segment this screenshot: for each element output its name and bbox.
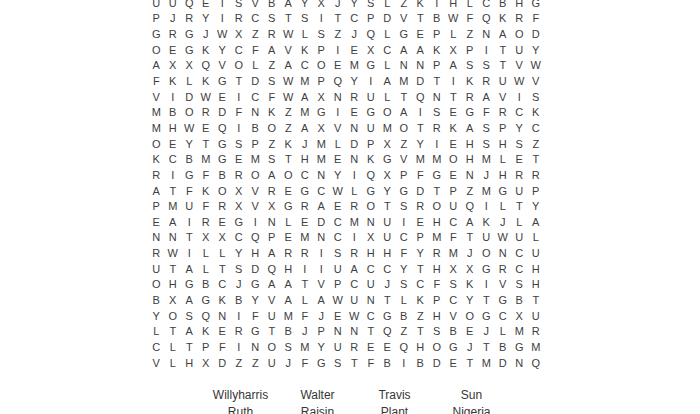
grid-cell[interactable]: S [297,11,314,27]
grid-cell[interactable]: X [313,0,330,11]
grid-cell[interactable]: G [181,26,198,42]
grid-cell[interactable]: A [280,58,297,74]
grid-cell[interactable]: O [462,308,479,324]
grid-cell[interactable]: R [231,323,248,339]
grid-cell[interactable]: Y [412,245,429,261]
grid-cell[interactable]: S [330,245,347,261]
grid-cell[interactable]: S [231,261,248,277]
grid-cell[interactable]: M [280,308,297,324]
grid-cell[interactable]: J [346,26,363,42]
grid-cell[interactable]: D [346,136,363,152]
grid-cell[interactable]: E [330,58,347,74]
grid-cell[interactable]: Q [181,0,198,11]
grid-cell[interactable]: Q [462,198,479,214]
grid-cell[interactable]: N [313,230,330,246]
grid-cell[interactable]: A [297,120,314,136]
grid-cell[interactable]: G [495,183,512,199]
grid-cell[interactable]: R [165,26,182,42]
grid-cell[interactable]: I [231,120,248,136]
grid-cell[interactable]: A [181,261,198,277]
grid-cell[interactable]: T [528,292,545,308]
grid-cell[interactable]: C [379,261,396,277]
grid-cell[interactable]: U [511,42,528,58]
grid-cell[interactable]: M [429,151,446,167]
grid-cell[interactable]: Z [462,26,479,42]
grid-cell[interactable]: T [280,151,297,167]
grid-cell[interactable]: H [462,151,479,167]
grid-cell[interactable]: H [462,136,479,152]
grid-cell[interactable]: Z [396,323,413,339]
grid-cell[interactable]: R [264,26,281,42]
grid-cell[interactable]: E [379,339,396,355]
grid-cell[interactable]: M [198,151,215,167]
grid-cell[interactable]: G [445,339,462,355]
grid-cell[interactable]: X [181,58,198,74]
grid-cell[interactable]: M [478,151,495,167]
grid-cell[interactable]: V [495,277,512,293]
grid-cell[interactable]: B [445,323,462,339]
grid-cell[interactable]: H [412,339,429,355]
grid-cell[interactable]: P [445,183,462,199]
grid-cell[interactable]: W [445,11,462,27]
grid-cell[interactable]: L [148,323,165,339]
grid-cell[interactable]: X [231,26,248,42]
grid-cell[interactable]: I [445,73,462,89]
grid-cell[interactable]: U [511,230,528,246]
grid-cell[interactable]: S [429,104,446,120]
grid-cell[interactable]: U [148,0,165,11]
grid-cell[interactable]: E [165,136,182,152]
grid-cell[interactable]: R [346,89,363,105]
grid-cell[interactable]: C [511,261,528,277]
grid-cell[interactable]: T [214,261,231,277]
grid-cell[interactable]: C [528,120,545,136]
grid-cell[interactable]: X [198,230,215,246]
grid-cell[interactable]: Z [247,355,264,371]
grid-cell[interactable]: T [363,323,380,339]
grid-cell[interactable]: L [165,355,182,371]
grid-cell[interactable]: J [379,277,396,293]
grid-cell[interactable]: L [165,339,182,355]
grid-cell[interactable]: H [495,136,512,152]
grid-cell[interactable]: R [511,167,528,183]
grid-cell[interactable]: O [214,183,231,199]
grid-cell[interactable]: A [528,214,545,230]
grid-cell[interactable]: M [165,198,182,214]
grid-cell[interactable]: F [412,167,429,183]
grid-cell[interactable]: D [247,261,264,277]
grid-cell[interactable]: J [165,11,182,27]
grid-cell[interactable]: Y [462,292,479,308]
grid-cell[interactable]: I [478,198,495,214]
grid-cell[interactable]: B [198,277,215,293]
grid-cell[interactable]: V [247,183,264,199]
grid-cell[interactable]: E [346,42,363,58]
grid-cell[interactable]: A [264,277,281,293]
grid-cell[interactable]: M [396,73,413,89]
grid-cell[interactable]: E [280,183,297,199]
grid-cell[interactable]: I [363,73,380,89]
grid-cell[interactable]: G [231,214,248,230]
grid-cell[interactable]: T [478,292,495,308]
grid-cell[interactable]: P [148,198,165,214]
grid-cell[interactable]: F [247,42,264,58]
grid-cell[interactable]: Y [148,308,165,324]
grid-cell[interactable]: O [165,308,182,324]
grid-cell[interactable]: E [214,214,231,230]
grid-cell[interactable]: L [445,26,462,42]
grid-cell[interactable]: Z [280,120,297,136]
grid-cell[interactable]: G [247,277,264,293]
grid-cell[interactable]: S [264,11,281,27]
grid-cell[interactable]: Z [280,104,297,120]
grid-cell[interactable]: T [165,261,182,277]
grid-cell[interactable]: F [247,308,264,324]
grid-cell[interactable]: Q [379,323,396,339]
grid-cell[interactable]: Y [528,198,545,214]
grid-cell[interactable]: U [363,89,380,105]
grid-cell[interactable]: A [379,73,396,89]
grid-cell[interactable]: W [280,26,297,42]
grid-cell[interactable]: Q [247,230,264,246]
grid-cell[interactable]: V [495,89,512,105]
grid-cell[interactable]: P [148,11,165,27]
grid-cell[interactable]: V [511,58,528,74]
grid-cell[interactable]: Q [330,73,347,89]
grid-cell[interactable]: G [313,355,330,371]
grid-cell[interactable]: B [396,308,413,324]
grid-cell[interactable]: C [297,58,314,74]
grid-cell[interactable]: K [198,323,215,339]
grid-cell[interactable]: L [462,0,479,11]
grid-cell[interactable]: R [528,167,545,183]
grid-cell[interactable]: K [280,136,297,152]
grid-cell[interactable]: O [379,104,396,120]
grid-cell[interactable]: H [280,261,297,277]
grid-cell[interactable]: J [198,26,215,42]
grid-cell[interactable]: S [181,308,198,324]
grid-cell[interactable]: H [165,120,182,136]
grid-cell[interactable]: G [396,183,413,199]
grid-cell[interactable]: A [148,183,165,199]
grid-cell[interactable]: V [396,11,413,27]
grid-cell[interactable]: E [214,323,231,339]
grid-cell[interactable]: F [181,183,198,199]
grid-cell[interactable]: N [247,104,264,120]
grid-cell[interactable]: E [412,214,429,230]
grid-cell[interactable]: O [396,120,413,136]
grid-cell[interactable]: I [346,167,363,183]
grid-cell[interactable]: G [214,73,231,89]
grid-cell[interactable]: U [528,308,545,324]
grid-cell[interactable]: B [148,292,165,308]
grid-cell[interactable]: O [181,104,198,120]
grid-cell[interactable]: E [462,323,479,339]
grid-cell[interactable]: S [264,151,281,167]
grid-cell[interactable]: T [429,73,446,89]
grid-cell[interactable]: T [330,11,347,27]
grid-cell[interactable]: P [412,230,429,246]
grid-cell[interactable]: O [313,58,330,74]
grid-cell[interactable]: N [346,120,363,136]
grid-cell[interactable]: G [214,136,231,152]
grid-cell[interactable]: T [511,198,528,214]
grid-cell[interactable]: D [528,26,545,42]
grid-cell[interactable]: S [511,136,528,152]
grid-cell[interactable]: D [247,73,264,89]
grid-cell[interactable]: C [445,292,462,308]
grid-cell[interactable]: X [264,198,281,214]
grid-cell[interactable]: R [495,104,512,120]
grid-cell[interactable]: V [396,151,413,167]
grid-cell[interactable]: F [528,11,545,27]
grid-cell[interactable]: W [165,245,182,261]
grid-cell[interactable]: M [297,339,314,355]
grid-cell[interactable]: N [346,151,363,167]
grid-cell[interactable]: C [247,11,264,27]
grid-cell[interactable]: O [264,339,281,355]
grid-cell[interactable]: G [363,183,380,199]
grid-cell[interactable]: B [181,151,198,167]
grid-cell[interactable]: T [379,292,396,308]
grid-cell[interactable]: N [495,245,512,261]
grid-cell[interactable]: I [181,214,198,230]
grid-cell[interactable]: T [412,261,429,277]
grid-cell[interactable]: M [412,151,429,167]
grid-cell[interactable]: W [495,230,512,246]
grid-cell[interactable]: U [264,355,281,371]
grid-cell[interactable]: Q [363,167,380,183]
grid-cell[interactable]: G [511,339,528,355]
grid-cell[interactable]: Q [214,120,231,136]
grid-cell[interactable]: U [148,261,165,277]
grid-cell[interactable]: C [165,151,182,167]
grid-cell[interactable]: X [462,261,479,277]
grid-cell[interactable]: Z [412,308,429,324]
grid-cell[interactable]: C [148,339,165,355]
grid-cell[interactable]: F [198,198,215,214]
grid-cell[interactable]: G [495,292,512,308]
grid-cell[interactable]: K [429,42,446,58]
grid-cell[interactable]: F [363,355,380,371]
grid-cell[interactable]: X [445,42,462,58]
grid-cell[interactable]: K [363,151,380,167]
grid-cell[interactable]: M [297,230,314,246]
grid-cell[interactable]: G [247,323,264,339]
grid-cell[interactable]: A [313,198,330,214]
grid-cell[interactable]: R [412,198,429,214]
grid-cell[interactable]: T [412,11,429,27]
grid-cell[interactable]: Y [346,0,363,11]
grid-cell[interactable]: U [478,230,495,246]
grid-cell[interactable]: V [528,73,545,89]
grid-cell[interactable]: Y [346,73,363,89]
grid-cell[interactable]: L [330,136,347,152]
grid-cell[interactable]: G [363,58,380,74]
grid-cell[interactable]: M [346,214,363,230]
grid-cell[interactable]: K [297,42,314,58]
grid-cell[interactable]: T [462,230,479,246]
grid-cell[interactable]: P [363,11,380,27]
grid-cell[interactable]: I [330,42,347,58]
grid-cell[interactable]: G [429,167,446,183]
grid-cell[interactable]: X [231,183,248,199]
grid-cell[interactable]: E [165,42,182,58]
grid-cell[interactable]: P [363,136,380,152]
grid-cell[interactable]: G [528,0,545,11]
grid-cell[interactable]: O [231,58,248,74]
grid-cell[interactable]: B [247,120,264,136]
grid-cell[interactable]: H [495,167,512,183]
grid-cell[interactable]: I [313,261,330,277]
grid-cell[interactable]: A [165,214,182,230]
grid-cell[interactable]: T [280,11,297,27]
grid-cell[interactable]: P [198,339,215,355]
grid-cell[interactable]: T [181,339,198,355]
grid-cell[interactable]: T [396,89,413,105]
grid-cell[interactable]: T [346,355,363,371]
grid-cell[interactable]: R [528,323,545,339]
grid-cell[interactable]: B [429,11,446,27]
grid-cell[interactable]: O [148,277,165,293]
grid-cell[interactable]: G [148,26,165,42]
grid-cell[interactable]: T [445,89,462,105]
grid-cell[interactable]: L [511,214,528,230]
grid-cell[interactable]: D [412,183,429,199]
grid-cell[interactable]: L [379,0,396,11]
grid-cell[interactable]: G [181,42,198,58]
grid-cell[interactable]: Q [264,261,281,277]
grid-cell[interactable]: E [231,151,248,167]
grid-cell[interactable]: R [264,183,281,199]
grid-cell[interactable]: S [528,89,545,105]
grid-cell[interactable]: P [495,120,512,136]
grid-cell[interactable]: Z [528,136,545,152]
grid-cell[interactable]: V [148,89,165,105]
grid-cell[interactable]: T [198,136,215,152]
grid-cell[interactable]: B [264,0,281,11]
grid-cell[interactable]: A [264,167,281,183]
grid-cell[interactable]: A [280,0,297,11]
grid-cell[interactable]: F [148,73,165,89]
grid-cell[interactable]: C [247,89,264,105]
grid-cell[interactable]: I [346,230,363,246]
grid-cell[interactable]: E [297,214,314,230]
grid-cell[interactable]: L [379,26,396,42]
grid-cell[interactable]: F [429,277,446,293]
grid-cell[interactable]: V [445,308,462,324]
grid-cell[interactable]: B [379,355,396,371]
grid-cell[interactable]: W [528,58,545,74]
grid-cell[interactable]: L [346,183,363,199]
grid-cell[interactable]: T [231,73,248,89]
grid-cell[interactable]: K [148,151,165,167]
grid-cell[interactable]: E [445,167,462,183]
grid-cell[interactable]: C [511,104,528,120]
grid-cell[interactable]: J [478,167,495,183]
grid-cell[interactable]: Q [396,339,413,355]
grid-cell[interactable]: Y [330,167,347,183]
grid-cell[interactable]: X [363,230,380,246]
grid-cell[interactable]: M [429,230,446,246]
grid-cell[interactable]: B [511,292,528,308]
grid-cell[interactable]: M [528,339,545,355]
grid-cell[interactable]: A [181,292,198,308]
grid-cell[interactable]: K [198,42,215,58]
grid-cell[interactable]: X [165,292,182,308]
grid-cell[interactable]: I [313,245,330,261]
grid-cell[interactable]: M [313,151,330,167]
grid-cell[interactable]: A [445,58,462,74]
grid-cell[interactable]: V [330,120,347,136]
grid-cell[interactable]: N [462,167,479,183]
grid-cell[interactable]: F [297,355,314,371]
grid-cell[interactable]: Z [264,58,281,74]
grid-cell[interactable]: E [445,355,462,371]
grid-cell[interactable]: N [478,26,495,42]
grid-cell[interactable]: L [379,58,396,74]
grid-cell[interactable]: G [181,167,198,183]
grid-cell[interactable]: A [412,42,429,58]
grid-cell[interactable]: R [429,120,446,136]
grid-cell[interactable]: Z [231,355,248,371]
grid-cell[interactable]: J [231,277,248,293]
grid-cell[interactable]: H [528,277,545,293]
grid-cell[interactable]: E [445,104,462,120]
grid-cell[interactable]: O [478,245,495,261]
grid-cell[interactable]: O [363,198,380,214]
grid-cell[interactable]: I [478,42,495,58]
grid-cell[interactable]: G [396,26,413,42]
grid-cell[interactable]: A [280,277,297,293]
grid-cell[interactable]: O [264,120,281,136]
grid-cell[interactable]: C [412,277,429,293]
grid-cell[interactable]: P [429,292,446,308]
grid-cell[interactable]: Y [412,136,429,152]
grid-cell[interactable]: U [379,230,396,246]
grid-cell[interactable]: N [148,230,165,246]
grid-cell[interactable]: Z [462,183,479,199]
grid-cell[interactable]: L [495,323,512,339]
grid-cell[interactable]: H [528,261,545,277]
grid-cell[interactable]: T [297,277,314,293]
grid-cell[interactable]: T [478,339,495,355]
grid-cell[interactable]: Y [297,0,314,11]
grid-cell[interactable]: S [478,58,495,74]
grid-cell[interactable]: I [313,11,330,27]
grid-cell[interactable]: D [214,355,231,371]
grid-cell[interactable]: R [198,214,215,230]
grid-cell[interactable]: C [396,230,413,246]
grid-cell[interactable]: R [297,245,314,261]
grid-cell[interactable]: F [478,104,495,120]
grid-cell[interactable]: I [297,261,314,277]
grid-cell[interactable]: P [528,183,545,199]
grid-cell[interactable]: Q [528,355,545,371]
grid-cell[interactable]: I [231,89,248,105]
grid-cell[interactable]: T [379,198,396,214]
grid-cell[interactable]: O [429,198,446,214]
grid-cell[interactable]: R [346,339,363,355]
grid-cell[interactable]: G [379,308,396,324]
grid-cell[interactable]: R [346,198,363,214]
grid-cell[interactable]: V [148,355,165,371]
grid-cell[interactable]: I [330,104,347,120]
grid-cell[interactable]: M [148,120,165,136]
grid-cell[interactable]: C [297,167,314,183]
grid-cell[interactable]: G [280,198,297,214]
grid-cell[interactable]: L [247,58,264,74]
